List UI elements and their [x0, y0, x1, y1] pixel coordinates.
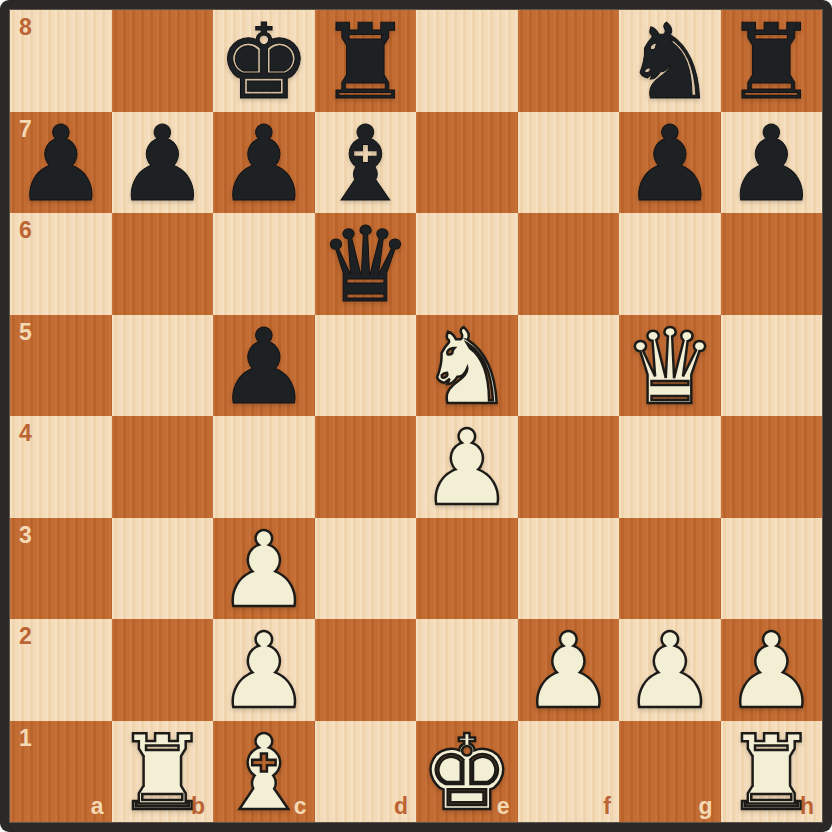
rank-label-6: 6 [19, 219, 32, 242]
chess-board: 8♚♜♞♜7♟♟♟♝♟♟6♛5♟♞♛4♟3♟2♟♟♟♟1ab♜c♝de♚fgh♜ [10, 10, 822, 822]
square-d4[interactable] [315, 416, 417, 518]
square-b1[interactable]: b♜ [112, 721, 214, 823]
piece-white-rook-b1[interactable]: ♜ [116, 723, 209, 824]
square-e8[interactable] [416, 10, 518, 112]
piece-black-pawn-a7[interactable]: ♟ [14, 114, 107, 215]
square-a8[interactable]: 8 [10, 10, 112, 112]
square-c4[interactable] [213, 416, 315, 518]
square-c3[interactable]: ♟ [213, 518, 315, 620]
square-h8[interactable]: ♜ [721, 10, 823, 112]
square-e4[interactable]: ♟ [416, 416, 518, 518]
square-d1[interactable]: d [315, 721, 417, 823]
square-f4[interactable] [518, 416, 620, 518]
square-h2[interactable]: ♟ [721, 619, 823, 721]
square-h4[interactable] [721, 416, 823, 518]
square-f2[interactable]: ♟ [518, 619, 620, 721]
rank-label-2: 2 [19, 625, 32, 648]
square-a1[interactable]: 1a [10, 721, 112, 823]
square-e1[interactable]: e♚ [416, 721, 518, 823]
piece-white-bishop-c1[interactable]: ♝ [217, 723, 310, 824]
piece-black-pawn-b7[interactable]: ♟ [116, 114, 209, 215]
square-f7[interactable] [518, 112, 620, 214]
square-b3[interactable] [112, 518, 214, 620]
square-h6[interactable] [721, 213, 823, 315]
square-a6[interactable]: 6 [10, 213, 112, 315]
square-d6[interactable]: ♛ [315, 213, 417, 315]
square-a4[interactable]: 4 [10, 416, 112, 518]
piece-black-pawn-c5[interactable]: ♟ [217, 317, 310, 418]
square-a7[interactable]: 7♟ [10, 112, 112, 214]
rank-label-3: 3 [19, 524, 32, 547]
file-label-f: f [603, 795, 611, 818]
square-b6[interactable] [112, 213, 214, 315]
piece-white-pawn-c2[interactable]: ♟ [217, 621, 310, 722]
square-c7[interactable]: ♟ [213, 112, 315, 214]
square-c8[interactable]: ♚ [213, 10, 315, 112]
square-e6[interactable] [416, 213, 518, 315]
rank-label-4: 4 [19, 422, 32, 445]
square-d2[interactable] [315, 619, 417, 721]
piece-white-pawn-g2[interactable]: ♟ [623, 621, 716, 722]
square-e7[interactable] [416, 112, 518, 214]
rank-label-5: 5 [19, 321, 32, 344]
piece-white-king-e1[interactable]: ♚ [420, 723, 513, 824]
square-f1[interactable]: f [518, 721, 620, 823]
piece-white-pawn-e4[interactable]: ♟ [420, 418, 513, 519]
piece-black-pawn-g7[interactable]: ♟ [623, 114, 716, 215]
file-label-a: a [91, 795, 104, 818]
square-c1[interactable]: c♝ [213, 721, 315, 823]
square-b4[interactable] [112, 416, 214, 518]
square-d3[interactable] [315, 518, 417, 620]
square-h7[interactable]: ♟ [721, 112, 823, 214]
square-h1[interactable]: h♜ [721, 721, 823, 823]
square-b5[interactable] [112, 315, 214, 417]
square-g7[interactable]: ♟ [619, 112, 721, 214]
piece-black-rook-d8[interactable]: ♜ [319, 12, 412, 113]
square-f6[interactable] [518, 213, 620, 315]
piece-black-king-c8[interactable]: ♚ [217, 12, 310, 113]
square-a5[interactable]: 5 [10, 315, 112, 417]
square-a3[interactable]: 3 [10, 518, 112, 620]
square-h3[interactable] [721, 518, 823, 620]
square-g2[interactable]: ♟ [619, 619, 721, 721]
square-a2[interactable]: 2 [10, 619, 112, 721]
file-label-g: g [698, 795, 712, 818]
square-g1[interactable]: g [619, 721, 721, 823]
piece-black-queen-d6[interactable]: ♛ [319, 215, 412, 316]
square-g4[interactable] [619, 416, 721, 518]
chess-board-frame: 8♚♜♞♜7♟♟♟♝♟♟6♛5♟♞♛4♟3♟2♟♟♟♟1ab♜c♝de♚fgh♜ [0, 0, 832, 832]
square-c2[interactable]: ♟ [213, 619, 315, 721]
file-label-d: d [394, 795, 408, 818]
rank-label-1: 1 [19, 727, 32, 750]
square-g3[interactable] [619, 518, 721, 620]
square-e5[interactable]: ♞ [416, 315, 518, 417]
square-b8[interactable] [112, 10, 214, 112]
square-c6[interactable] [213, 213, 315, 315]
piece-black-knight-g8[interactable]: ♞ [623, 12, 716, 113]
square-d8[interactable]: ♜ [315, 10, 417, 112]
rank-label-8: 8 [19, 16, 32, 39]
square-b7[interactable]: ♟ [112, 112, 214, 214]
square-e3[interactable] [416, 518, 518, 620]
square-d5[interactable] [315, 315, 417, 417]
square-e2[interactable] [416, 619, 518, 721]
piece-black-bishop-d7[interactable]: ♝ [319, 114, 412, 215]
square-b2[interactable] [112, 619, 214, 721]
square-g8[interactable]: ♞ [619, 10, 721, 112]
piece-white-pawn-c3[interactable]: ♟ [217, 520, 310, 621]
piece-black-pawn-c7[interactable]: ♟ [217, 114, 310, 215]
piece-white-rook-h1[interactable]: ♜ [725, 723, 818, 824]
square-f3[interactable] [518, 518, 620, 620]
square-c5[interactable]: ♟ [213, 315, 315, 417]
piece-black-pawn-h7[interactable]: ♟ [725, 114, 818, 215]
square-f5[interactable] [518, 315, 620, 417]
square-d7[interactable]: ♝ [315, 112, 417, 214]
piece-white-pawn-h2[interactable]: ♟ [725, 621, 818, 722]
piece-white-pawn-f2[interactable]: ♟ [522, 621, 615, 722]
square-h5[interactable] [721, 315, 823, 417]
piece-white-queen-g5[interactable]: ♛ [623, 317, 716, 418]
square-g6[interactable] [619, 213, 721, 315]
square-f8[interactable] [518, 10, 620, 112]
piece-white-knight-e5[interactable]: ♞ [420, 317, 513, 418]
piece-black-rook-h8[interactable]: ♜ [725, 12, 818, 113]
square-g5[interactable]: ♛ [619, 315, 721, 417]
